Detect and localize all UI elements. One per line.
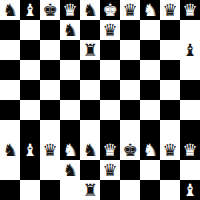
square-r6c6[interactable] xyxy=(100,100,120,120)
square-r4c5[interactable] xyxy=(80,60,100,80)
square-r9c2[interactable] xyxy=(20,160,40,180)
square-r9c9[interactable] xyxy=(160,160,180,180)
square-r6c8[interactable] xyxy=(140,100,160,120)
square-r8c1[interactable]: ♞ xyxy=(0,140,20,160)
square-r9c8[interactable] xyxy=(140,160,160,180)
square-r7c8[interactable] xyxy=(140,120,160,140)
square-r10c10[interactable]: ♝ xyxy=(180,180,200,200)
square-r6c4[interactable] xyxy=(60,100,80,120)
square-r6c5[interactable] xyxy=(80,100,100,120)
square-r1c6[interactable]: ♚ xyxy=(100,0,120,20)
chess-board: ♞♝♚♛♞♚♛♞♛♛♞♛♜♝♞♝♛♞♞♛♚♞♛♛♞♛♜♝ xyxy=(0,0,200,200)
square-r10c9[interactable] xyxy=(160,180,180,200)
white-bishop: ♝ xyxy=(182,180,197,200)
square-r5c1[interactable] xyxy=(0,80,20,100)
black-king: ♚ xyxy=(122,140,137,160)
square-r10c7[interactable] xyxy=(120,180,140,200)
square-r10c8[interactable] xyxy=(140,180,160,200)
white-bishop: ♝ xyxy=(22,0,37,20)
square-r1c3[interactable]: ♚ xyxy=(40,0,60,20)
white-bishop: ♝ xyxy=(22,140,37,160)
square-r8c8[interactable]: ♞ xyxy=(140,140,160,160)
white-knight: ♞ xyxy=(62,140,77,160)
square-r7c9[interactable] xyxy=(160,120,180,140)
square-r3c6[interactable] xyxy=(100,40,120,60)
square-r8c9[interactable]: ♛ xyxy=(160,140,180,160)
square-r4c6[interactable] xyxy=(100,60,120,80)
square-r1c8[interactable]: ♞ xyxy=(140,0,160,20)
white-queen: ♛ xyxy=(102,140,117,160)
black-knight: ♞ xyxy=(62,160,77,180)
square-r3c4[interactable] xyxy=(60,40,80,60)
square-r1c10[interactable]: ♛ xyxy=(180,0,200,20)
white-king: ♚ xyxy=(102,0,117,20)
square-r8c7[interactable]: ♚ xyxy=(120,140,140,160)
square-r10c1[interactable] xyxy=(0,180,20,200)
black-knight: ♞ xyxy=(82,0,97,20)
square-r3c5[interactable]: ♜ xyxy=(80,40,100,60)
black-rook: ♜ xyxy=(82,180,97,200)
black-queen: ♛ xyxy=(102,160,117,180)
black-queen: ♛ xyxy=(122,0,137,20)
square-r6c7[interactable] xyxy=(120,100,140,120)
square-r5c6[interactable] xyxy=(100,80,120,100)
square-r4c1[interactable] xyxy=(0,60,20,80)
square-r1c4[interactable]: ♛ xyxy=(60,0,80,20)
square-r3c1[interactable] xyxy=(0,40,20,60)
black-bishop: ♝ xyxy=(182,40,197,60)
square-r7c7[interactable] xyxy=(120,120,140,140)
square-r2c7[interactable] xyxy=(120,20,140,40)
square-r9c6[interactable]: ♛ xyxy=(100,160,120,180)
square-r9c7[interactable] xyxy=(120,160,140,180)
square-r5c5[interactable] xyxy=(80,80,100,100)
white-knight: ♞ xyxy=(142,140,157,160)
square-r2c3[interactable] xyxy=(40,20,60,40)
square-r6c3[interactable] xyxy=(40,100,60,120)
square-r1c5[interactable]: ♞ xyxy=(80,0,100,20)
square-r5c7[interactable] xyxy=(120,80,140,100)
square-r10c4[interactable] xyxy=(60,180,80,200)
square-r7c6[interactable] xyxy=(100,120,120,140)
square-r4c9[interactable] xyxy=(160,60,180,80)
white-queen: ♛ xyxy=(182,140,197,160)
square-r6c1[interactable] xyxy=(0,100,20,120)
black-knight: ♞ xyxy=(62,20,77,40)
white-queen: ♛ xyxy=(62,0,77,20)
square-r7c10[interactable] xyxy=(180,120,200,140)
square-r8c10[interactable]: ♛ xyxy=(180,140,200,160)
square-r2c8[interactable] xyxy=(140,20,160,40)
square-r9c10[interactable] xyxy=(180,160,200,180)
square-r2c9[interactable] xyxy=(160,20,180,40)
square-r2c10[interactable] xyxy=(180,20,200,40)
square-r3c10[interactable]: ♝ xyxy=(180,40,200,60)
black-queen: ♛ xyxy=(42,140,57,160)
square-r7c5[interactable] xyxy=(80,120,100,140)
white-knight: ♞ xyxy=(142,0,157,20)
square-r7c4[interactable] xyxy=(60,120,80,140)
black-queen: ♛ xyxy=(162,140,177,160)
square-r4c3[interactable] xyxy=(40,60,60,80)
square-r10c6[interactable] xyxy=(100,180,120,200)
square-r1c1[interactable]: ♞ xyxy=(0,0,20,20)
square-r4c4[interactable] xyxy=(60,60,80,80)
white-queen: ♛ xyxy=(182,0,197,20)
square-r1c7[interactable]: ♛ xyxy=(120,0,140,20)
square-r8c4[interactable]: ♞ xyxy=(60,140,80,160)
square-r9c4[interactable]: ♞ xyxy=(60,160,80,180)
square-r5c3[interactable] xyxy=(40,80,60,100)
square-r7c2[interactable] xyxy=(20,120,40,140)
square-r6c2[interactable] xyxy=(20,100,40,120)
square-r1c2[interactable]: ♝ xyxy=(20,0,40,20)
square-r9c1[interactable] xyxy=(0,160,20,180)
square-r8c6[interactable]: ♛ xyxy=(100,140,120,160)
square-r4c10[interactable] xyxy=(180,60,200,80)
square-r1c9[interactable]: ♛ xyxy=(160,0,180,20)
square-r9c5[interactable] xyxy=(80,160,100,180)
square-r4c2[interactable] xyxy=(20,60,40,80)
square-r3c8[interactable] xyxy=(140,40,160,60)
square-r6c9[interactable] xyxy=(160,100,180,120)
black-knight: ♞ xyxy=(2,140,17,160)
square-r10c2[interactable] xyxy=(20,180,40,200)
square-r3c3[interactable] xyxy=(40,40,60,60)
square-r4c7[interactable] xyxy=(120,60,140,80)
square-r5c9[interactable] xyxy=(160,80,180,100)
square-r7c1[interactable] xyxy=(0,120,20,140)
black-queen: ♛ xyxy=(102,20,117,40)
square-r10c5[interactable]: ♜ xyxy=(80,180,100,200)
square-r2c5[interactable] xyxy=(80,20,100,40)
black-king: ♚ xyxy=(42,0,57,20)
square-r5c2[interactable] xyxy=(20,80,40,100)
square-r2c4[interactable]: ♞ xyxy=(60,20,80,40)
square-r6c10[interactable] xyxy=(180,100,200,120)
square-r3c9[interactable] xyxy=(160,40,180,60)
square-r2c1[interactable] xyxy=(0,20,20,40)
square-r2c2[interactable] xyxy=(20,20,40,40)
square-r8c3[interactable]: ♛ xyxy=(40,140,60,160)
black-queen: ♛ xyxy=(162,0,177,20)
black-knight: ♞ xyxy=(2,0,17,20)
square-r7c3[interactable] xyxy=(40,120,60,140)
square-r10c3[interactable] xyxy=(40,180,60,200)
black-knight: ♞ xyxy=(82,140,97,160)
square-r9c3[interactable] xyxy=(40,160,60,180)
square-r8c5[interactable]: ♞ xyxy=(80,140,100,160)
square-r3c7[interactable] xyxy=(120,40,140,60)
black-rook: ♜ xyxy=(82,40,97,60)
square-r2c6[interactable]: ♛ xyxy=(100,20,120,40)
square-r5c8[interactable] xyxy=(140,80,160,100)
square-r3c2[interactable] xyxy=(20,40,40,60)
square-r5c4[interactable] xyxy=(60,80,80,100)
square-r4c8[interactable] xyxy=(140,60,160,80)
square-r8c2[interactable]: ♝ xyxy=(20,140,40,160)
square-r5c10[interactable] xyxy=(180,80,200,100)
